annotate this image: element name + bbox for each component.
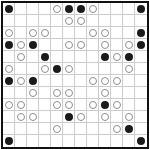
white-circle-clue xyxy=(101,41,109,49)
cell-r11c4[interactable] xyxy=(51,135,63,147)
cell-r3c1[interactable] xyxy=(15,39,27,51)
white-circle-clue xyxy=(41,65,49,73)
cell-r7c10[interactable] xyxy=(123,87,135,99)
cell-r6c8[interactable] xyxy=(99,75,111,87)
white-circle-clue xyxy=(113,53,121,61)
white-circle-clue xyxy=(113,77,121,85)
cell-r8c3[interactable] xyxy=(39,99,51,111)
white-circle-clue xyxy=(53,101,61,109)
black-circle-clue xyxy=(5,77,13,85)
cell-r11c11[interactable] xyxy=(135,135,147,147)
cell-r5c6[interactable] xyxy=(75,63,87,75)
cell-r11c10[interactable] xyxy=(123,135,135,147)
cell-r4c8[interactable] xyxy=(99,51,111,63)
cell-r10c7[interactable] xyxy=(87,123,99,135)
cell-r0c4[interactable] xyxy=(51,3,63,15)
cell-r0c5[interactable] xyxy=(63,3,75,15)
white-circle-clue xyxy=(17,113,25,121)
cell-r8c6[interactable] xyxy=(75,99,87,111)
cell-r4c6[interactable] xyxy=(75,51,87,63)
black-circle-clue xyxy=(125,53,133,61)
cell-r2c6[interactable] xyxy=(75,27,87,39)
cell-r4c1[interactable] xyxy=(15,51,27,63)
cell-r3c9[interactable] xyxy=(111,39,123,51)
white-circle-clue xyxy=(65,17,73,25)
cell-r1c0[interactable] xyxy=(3,15,15,27)
cell-r5c8[interactable] xyxy=(99,63,111,75)
cell-r5c5[interactable] xyxy=(63,63,75,75)
cell-r10c6[interactable] xyxy=(75,123,87,135)
cell-r7c7[interactable] xyxy=(87,87,99,99)
cell-r10c10[interactable] xyxy=(123,123,135,135)
cell-r8c7[interactable] xyxy=(87,99,99,111)
cell-r3c6[interactable] xyxy=(75,39,87,51)
cell-r6c0[interactable] xyxy=(3,75,15,87)
cell-r3c2[interactable] xyxy=(27,39,39,51)
white-circle-clue xyxy=(89,101,97,109)
white-circle-clue xyxy=(65,101,73,109)
white-circle-clue xyxy=(53,89,61,97)
cell-r6c5[interactable] xyxy=(63,75,75,87)
cell-r3c11[interactable] xyxy=(135,39,147,51)
cell-r11c0[interactable] xyxy=(3,135,15,147)
cell-r7c11[interactable] xyxy=(135,87,147,99)
black-circle-clue xyxy=(53,65,61,73)
cell-r6c2[interactable] xyxy=(27,75,39,87)
cell-r0c11[interactable] xyxy=(135,3,147,15)
cell-r1c3[interactable] xyxy=(39,15,51,27)
cell-r6c10[interactable] xyxy=(123,75,135,87)
cell-r6c3[interactable] xyxy=(39,75,51,87)
white-circle-clue xyxy=(101,89,109,97)
cell-r9c4[interactable] xyxy=(51,111,63,123)
cell-r7c1[interactable] xyxy=(15,87,27,99)
black-circle-clue xyxy=(29,41,37,49)
cell-r5c4[interactable] xyxy=(51,63,63,75)
black-circle-clue xyxy=(41,53,49,61)
white-circle-clue xyxy=(65,65,73,73)
cell-r8c8[interactable] xyxy=(99,99,111,111)
cell-r7c6[interactable] xyxy=(75,87,87,99)
cell-r2c9[interactable] xyxy=(111,27,123,39)
cell-r9c2[interactable] xyxy=(27,111,39,123)
white-circle-clue xyxy=(77,41,85,49)
cell-r4c7[interactable] xyxy=(87,51,99,63)
white-circle-clue xyxy=(17,53,25,61)
cell-r3c10[interactable] xyxy=(123,39,135,51)
black-circle-clue xyxy=(101,101,109,109)
white-circle-clue xyxy=(17,77,25,85)
cell-r3c4[interactable] xyxy=(51,39,63,51)
cell-r0c7[interactable] xyxy=(87,3,99,15)
cell-r0c0[interactable] xyxy=(3,3,15,15)
black-circle-clue xyxy=(137,29,145,37)
cell-r9c0[interactable] xyxy=(3,111,15,123)
black-circle-clue xyxy=(137,5,145,13)
cell-r6c11[interactable] xyxy=(135,75,147,87)
cell-r7c9[interactable] xyxy=(111,87,123,99)
cell-r10c1[interactable] xyxy=(15,123,27,135)
cell-r9c9[interactable] xyxy=(111,111,123,123)
cell-r8c11[interactable] xyxy=(135,99,147,111)
cell-r5c9[interactable] xyxy=(111,63,123,75)
cell-r9c3[interactable] xyxy=(39,111,51,123)
white-circle-clue xyxy=(113,125,121,133)
white-circle-clue xyxy=(77,113,85,121)
cell-r9c8[interactable] xyxy=(99,111,111,123)
cell-r9c1[interactable] xyxy=(15,111,27,123)
cell-r10c11[interactable] xyxy=(135,123,147,135)
cell-r5c0[interactable] xyxy=(3,63,15,75)
white-circle-clue xyxy=(125,41,133,49)
black-circle-clue xyxy=(5,41,13,49)
cell-r9c10[interactable] xyxy=(123,111,135,123)
cell-r3c8[interactable] xyxy=(99,39,111,51)
cell-r5c1[interactable] xyxy=(15,63,27,75)
cell-r8c1[interactable] xyxy=(15,99,27,111)
cell-r2c7[interactable] xyxy=(87,27,99,39)
cell-r10c4[interactable] xyxy=(51,123,63,135)
cell-r11c9[interactable] xyxy=(111,135,123,147)
cell-r5c7[interactable] xyxy=(87,63,99,75)
cell-r4c0[interactable] xyxy=(3,51,15,63)
cell-r0c6[interactable] xyxy=(75,3,87,15)
cell-r5c2[interactable] xyxy=(27,63,39,75)
white-circle-clue xyxy=(17,101,25,109)
cell-r0c3[interactable] xyxy=(39,3,51,15)
cell-r7c3[interactable] xyxy=(39,87,51,99)
white-circle-clue xyxy=(29,29,37,37)
cell-r1c2[interactable] xyxy=(27,15,39,27)
cell-r11c1[interactable] xyxy=(15,135,27,147)
cell-r6c1[interactable] xyxy=(15,75,27,87)
cell-r8c9[interactable] xyxy=(111,99,123,111)
masyu-board-wrapper xyxy=(0,0,150,150)
black-circle-clue xyxy=(65,113,73,121)
cell-r4c5[interactable] xyxy=(63,51,75,63)
white-circle-clue xyxy=(53,5,61,13)
black-circle-clue xyxy=(101,53,109,61)
cell-r7c2[interactable] xyxy=(27,87,39,99)
cell-r9c5[interactable] xyxy=(63,111,75,123)
cell-r1c4[interactable] xyxy=(51,15,63,27)
white-circle-clue xyxy=(77,17,85,25)
cell-r2c8[interactable] xyxy=(99,27,111,39)
black-circle-clue xyxy=(125,125,133,133)
masyu-board xyxy=(1,1,149,149)
cell-r0c10[interactable] xyxy=(123,3,135,15)
cell-r4c3[interactable] xyxy=(39,51,51,63)
white-circle-clue xyxy=(125,65,133,73)
white-circle-clue xyxy=(89,77,97,85)
white-circle-clue xyxy=(113,101,121,109)
cell-r1c11[interactable] xyxy=(135,15,147,27)
black-circle-clue xyxy=(5,5,13,13)
white-circle-clue xyxy=(5,101,13,109)
white-circle-clue xyxy=(89,29,97,37)
cell-r0c8[interactable] xyxy=(99,3,111,15)
white-circle-clue xyxy=(41,29,49,37)
cell-r1c6[interactable] xyxy=(75,15,87,27)
white-circle-clue xyxy=(5,65,13,73)
cell-r1c7[interactable] xyxy=(87,15,99,27)
cell-r4c4[interactable] xyxy=(51,51,63,63)
cell-r2c5[interactable] xyxy=(63,27,75,39)
cell-r2c2[interactable] xyxy=(27,27,39,39)
cell-r10c3[interactable] xyxy=(39,123,51,135)
cell-r6c9[interactable] xyxy=(111,75,123,87)
cell-r3c5[interactable] xyxy=(63,39,75,51)
cell-r11c3[interactable] xyxy=(39,135,51,147)
cell-r8c10[interactable] xyxy=(123,99,135,111)
white-circle-clue xyxy=(65,41,73,49)
white-circle-clue xyxy=(29,113,37,121)
cell-r6c4[interactable] xyxy=(51,75,63,87)
cell-r4c9[interactable] xyxy=(111,51,123,63)
cell-r10c0[interactable] xyxy=(3,123,15,135)
cell-r11c8[interactable] xyxy=(99,135,111,147)
cell-r3c3[interactable] xyxy=(39,39,51,51)
white-circle-clue xyxy=(5,29,13,37)
cell-r1c9[interactable] xyxy=(111,15,123,27)
cell-r1c8[interactable] xyxy=(99,15,111,27)
black-circle-clue xyxy=(29,77,37,85)
cell-r5c10[interactable] xyxy=(123,63,135,75)
cell-r4c10[interactable] xyxy=(123,51,135,63)
cell-r8c5[interactable] xyxy=(63,99,75,111)
cell-r9c11[interactable] xyxy=(135,111,147,123)
cell-r2c1[interactable] xyxy=(15,27,27,39)
cell-r8c0[interactable] xyxy=(3,99,15,111)
cell-r2c4[interactable] xyxy=(51,27,63,39)
cell-r10c5[interactable] xyxy=(63,123,75,135)
cell-r4c2[interactable] xyxy=(27,51,39,63)
white-circle-clue xyxy=(89,5,97,13)
white-circle-clue xyxy=(101,77,109,85)
white-circle-clue xyxy=(125,113,133,121)
white-circle-clue xyxy=(17,41,25,49)
cell-r10c8[interactable] xyxy=(99,123,111,135)
cell-r3c0[interactable] xyxy=(3,39,15,51)
cell-r0c9[interactable] xyxy=(111,3,123,15)
cell-r7c4[interactable] xyxy=(51,87,63,99)
cell-r11c5[interactable] xyxy=(63,135,75,147)
cell-r2c0[interactable] xyxy=(3,27,15,39)
cell-r2c10[interactable] xyxy=(123,27,135,39)
cell-r11c2[interactable] xyxy=(27,135,39,147)
black-circle-clue xyxy=(77,5,85,13)
cell-r8c4[interactable] xyxy=(51,99,63,111)
cell-r2c11[interactable] xyxy=(135,27,147,39)
cell-r3c7[interactable] xyxy=(87,39,99,51)
cell-r5c11[interactable] xyxy=(135,63,147,75)
cell-r6c6[interactable] xyxy=(75,75,87,87)
black-circle-clue xyxy=(65,5,73,13)
black-circle-clue xyxy=(137,137,145,145)
white-circle-clue xyxy=(101,29,109,37)
cell-r10c2[interactable] xyxy=(27,123,39,135)
cell-r11c6[interactable] xyxy=(75,135,87,147)
black-circle-clue xyxy=(137,41,145,49)
white-circle-clue xyxy=(53,125,61,133)
cell-r7c5[interactable] xyxy=(63,87,75,99)
cell-r11c7[interactable] xyxy=(87,135,99,147)
cell-r2c3[interactable] xyxy=(39,27,51,39)
black-circle-clue xyxy=(5,137,13,145)
cell-r8c2[interactable] xyxy=(27,99,39,111)
cell-r10c9[interactable] xyxy=(111,123,123,135)
cell-r1c1[interactable] xyxy=(15,15,27,27)
cell-r1c5[interactable] xyxy=(63,15,75,27)
cell-r5c3[interactable] xyxy=(39,63,51,75)
cell-r6c7[interactable] xyxy=(87,75,99,87)
white-circle-clue xyxy=(29,89,37,97)
white-circle-clue xyxy=(101,113,109,121)
cell-r1c10[interactable] xyxy=(123,15,135,27)
cell-r7c8[interactable] xyxy=(99,87,111,99)
cell-r7c0[interactable] xyxy=(3,87,15,99)
cell-r0c1[interactable] xyxy=(15,3,27,15)
cell-r9c6[interactable] xyxy=(75,111,87,123)
white-circle-clue xyxy=(65,89,73,97)
cell-r4c11[interactable] xyxy=(135,51,147,63)
cell-r9c7[interactable] xyxy=(87,111,99,123)
cell-r0c2[interactable] xyxy=(27,3,39,15)
